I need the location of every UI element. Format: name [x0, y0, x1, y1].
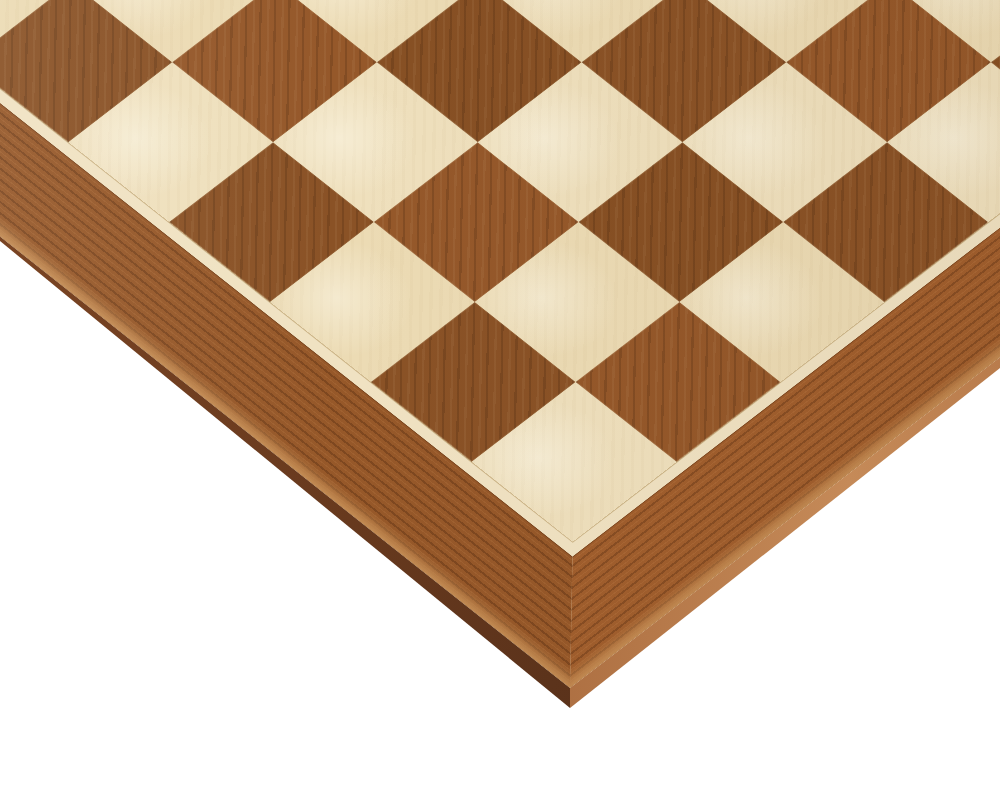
- chessboard-product-photo: [0, 0, 1000, 800]
- chess-board: [0, 0, 1000, 688]
